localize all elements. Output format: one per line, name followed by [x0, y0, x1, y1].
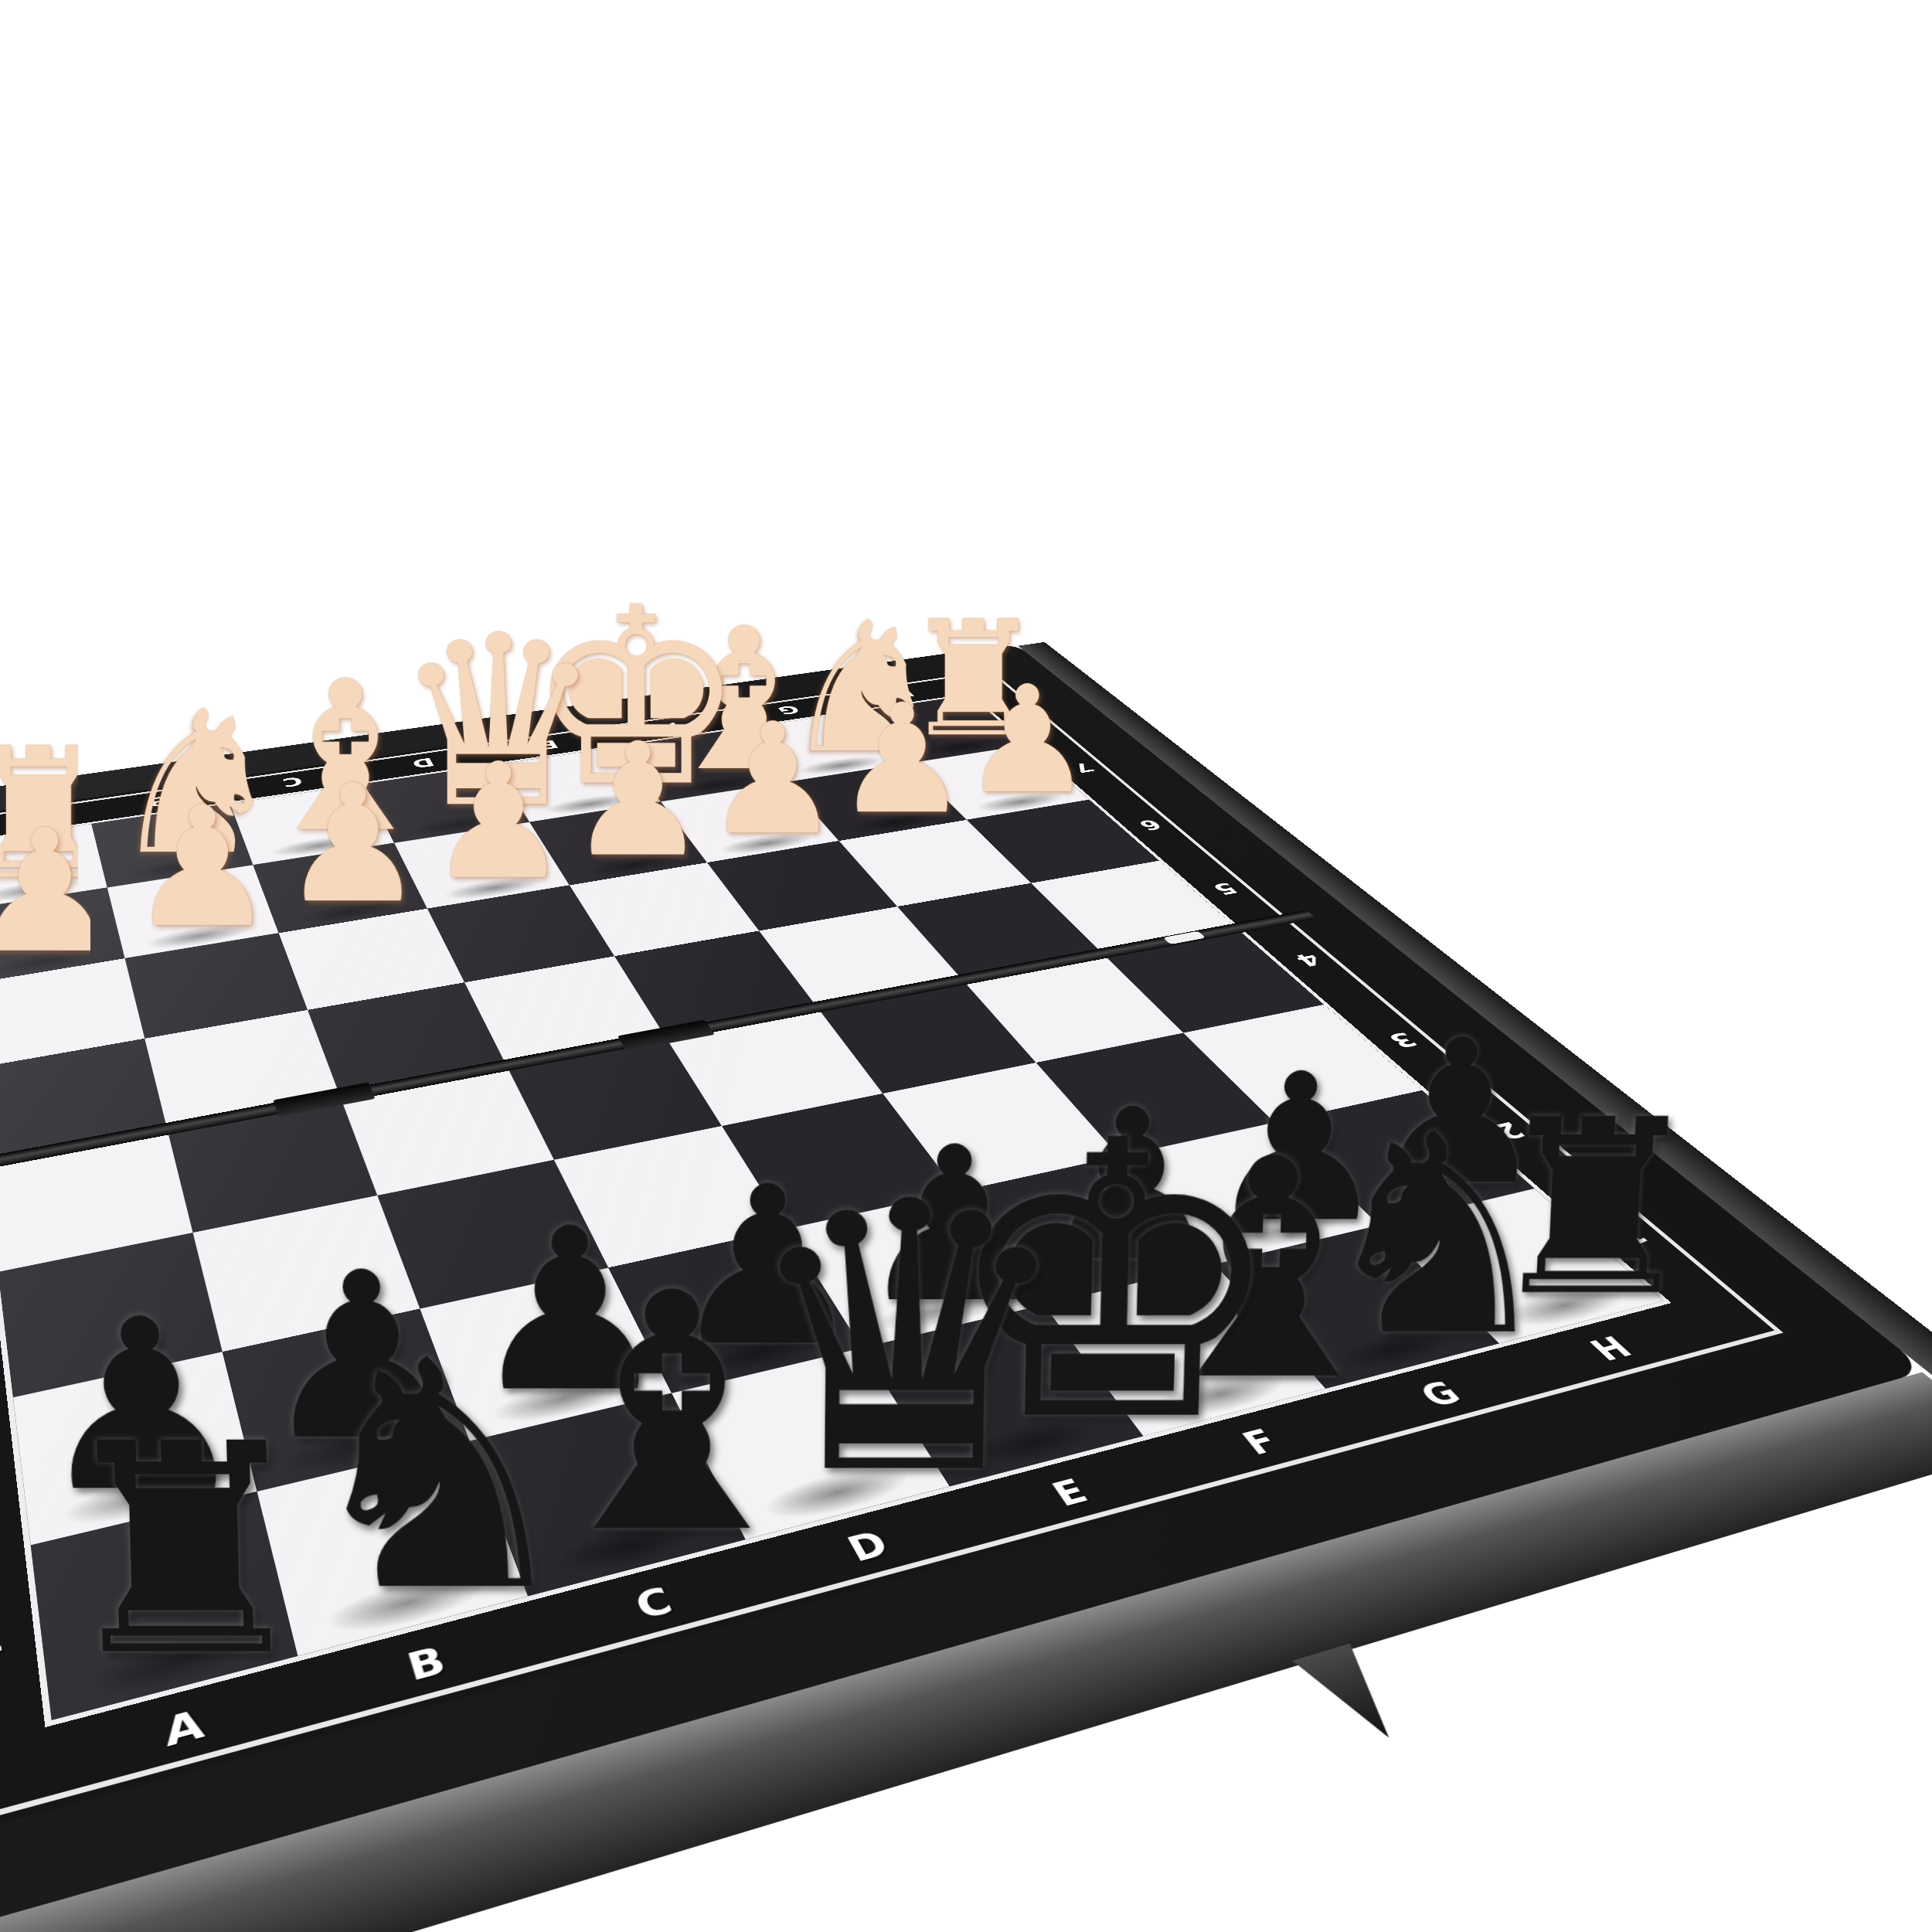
white-pawn-b7: ♟ — [125, 791, 278, 944]
white-pawn-g7: ♟ — [832, 691, 971, 829]
black-knight-b1: ♞ — [290, 1333, 531, 1623]
black-rook-a1: ♜ — [46, 1417, 297, 1684]
white-pawn-e7: ♟ — [566, 729, 710, 872]
white-pawn-h7: ♟ — [959, 672, 1096, 808]
white-pawn-c7: ♟ — [278, 770, 428, 919]
white-pawn-a7: ♟ — [0, 815, 123, 970]
chess-set: ABCDEFGH ABCDEFGH 87654321 87654321 ♜♞♝♛… — [0, 644, 1927, 1932]
white-pawn-d7: ♟ — [424, 749, 572, 896]
photo-canvas: { "game": "chess", "scene_type": "overhe… — [0, 0, 1932, 1932]
white-pawn-f7: ♟ — [702, 709, 843, 851]
coordinate-label-1: 1 — [0, 1553, 13, 1740]
